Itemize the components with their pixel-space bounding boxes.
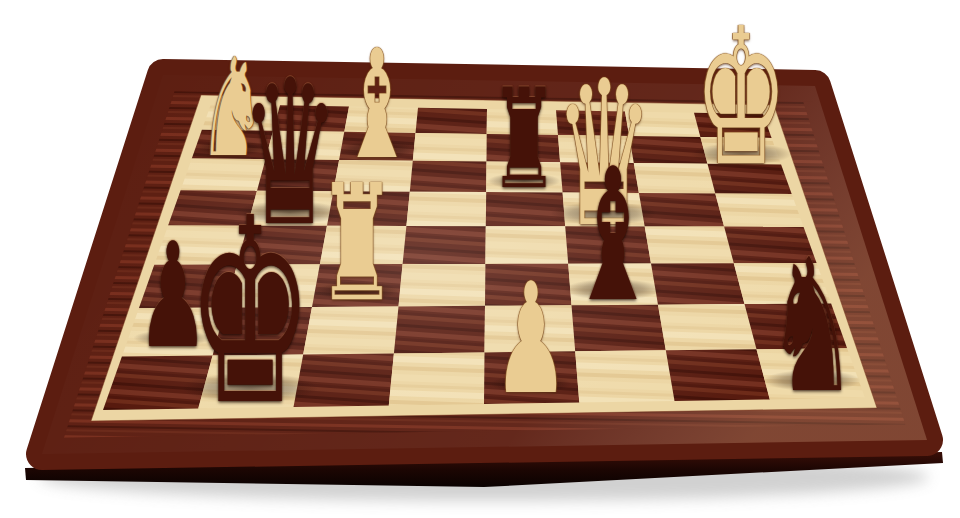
piece-black-knight[interactable]: ♞ xyxy=(767,234,858,418)
chess-photo-scene: ♞♝♚♜♛♛♜♝♟♚♟♞ xyxy=(0,0,960,518)
piece-white-rook[interactable]: ♜ xyxy=(318,164,397,324)
piece-black-rook[interactable]: ♜ xyxy=(490,71,558,209)
piece-black-bishop[interactable]: ♝ xyxy=(568,144,658,327)
piece-black-king[interactable]: ♚ xyxy=(187,184,313,440)
piece-white-pawn[interactable]: ♟ xyxy=(493,263,568,416)
piece-white-king[interactable]: ♚ xyxy=(695,4,788,193)
